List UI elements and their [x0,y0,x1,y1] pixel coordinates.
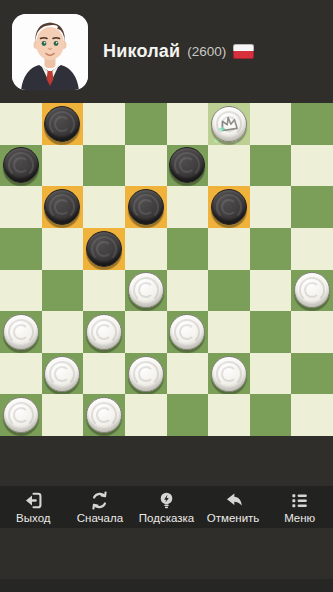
square-h2[interactable] [291,353,333,395]
bottom-toolbar: Выход Сначала Подсказка Отмен [0,486,333,528]
square-a3[interactable] [0,311,42,353]
square-g6[interactable] [250,186,292,228]
square-b5[interactable] [42,228,84,270]
square-a2[interactable] [0,353,42,395]
square-b6[interactable] [42,186,84,228]
square-e5[interactable] [167,228,209,270]
white-man[interactable] [128,272,164,308]
square-a4[interactable] [0,270,42,312]
white-man[interactable] [44,356,80,392]
black-man[interactable] [86,231,122,267]
square-h6[interactable] [291,186,333,228]
opponent-name: Николай [103,41,180,62]
square-f7[interactable] [208,145,250,187]
square-d3[interactable] [125,311,167,353]
restart-label: Сначала [77,512,123,524]
poland-flag-icon [233,44,254,59]
app-screen: Николай (2600) Выход Сначала [0,0,333,592]
square-a7[interactable] [0,145,42,187]
square-c1[interactable] [83,394,125,436]
square-f6[interactable] [208,186,250,228]
undo-arrow-icon [223,490,244,511]
white-man[interactable] [294,272,330,308]
square-g7[interactable] [250,145,292,187]
white-man[interactable] [86,397,122,433]
lightbulb-bolt-icon [156,490,177,511]
avatar-cartoon-man [12,14,88,90]
hint-button[interactable]: Подсказка [133,486,200,528]
bottom-system-strip [0,579,333,592]
square-h8[interactable] [291,103,333,145]
square-e8[interactable] [167,103,209,145]
square-e3[interactable] [167,311,209,353]
square-d5[interactable] [125,228,167,270]
white-man[interactable] [3,397,39,433]
square-c6[interactable] [83,186,125,228]
square-a6[interactable] [0,186,42,228]
square-c5[interactable] [83,228,125,270]
square-h1[interactable] [291,394,333,436]
menu-button[interactable]: Меню [266,486,333,528]
square-d4[interactable] [125,270,167,312]
square-a5[interactable] [0,228,42,270]
square-f3[interactable] [208,311,250,353]
square-e7[interactable] [167,145,209,187]
restart-icon [89,490,110,511]
square-e1[interactable] [167,394,209,436]
white-man[interactable] [86,314,122,350]
exit-button[interactable]: Выход [0,486,67,528]
square-f5[interactable] [208,228,250,270]
square-h4[interactable] [291,270,333,312]
square-d7[interactable] [125,145,167,187]
square-g1[interactable] [250,394,292,436]
opponent-rating: (2600) [187,44,226,59]
black-man[interactable] [44,106,80,142]
avatar[interactable] [12,14,88,90]
square-h7[interactable] [291,145,333,187]
undo-button[interactable]: Отменить [200,486,267,528]
square-g8[interactable] [250,103,292,145]
square-e4[interactable] [167,270,209,312]
black-man[interactable] [3,147,39,183]
white-king[interactable] [211,106,247,142]
square-g5[interactable] [250,228,292,270]
square-d2[interactable] [125,353,167,395]
sparkle-star [218,125,226,132]
black-man[interactable] [128,189,164,225]
logout-icon [23,490,44,511]
white-man[interactable] [211,356,247,392]
square-f1[interactable] [208,394,250,436]
king-crown-icon [212,107,246,141]
white-man[interactable] [3,314,39,350]
square-h3[interactable] [291,311,333,353]
square-g2[interactable] [250,353,292,395]
restart-button[interactable]: Сначала [67,486,134,528]
opponent-header: Николай (2600) [0,0,333,103]
square-a1[interactable] [0,394,42,436]
square-d1[interactable] [125,394,167,436]
square-e6[interactable] [167,186,209,228]
square-b1[interactable] [42,394,84,436]
square-d8[interactable] [125,103,167,145]
menu-list-icon [289,490,310,511]
white-man[interactable] [169,314,205,350]
square-c2[interactable] [83,353,125,395]
square-c8[interactable] [83,103,125,145]
black-man[interactable] [44,189,80,225]
square-a8[interactable] [0,103,42,145]
square-g3[interactable] [250,311,292,353]
white-man[interactable] [128,356,164,392]
square-f2[interactable] [208,353,250,395]
black-man[interactable] [169,147,205,183]
square-b8[interactable] [42,103,84,145]
square-b4[interactable] [42,270,84,312]
square-b7[interactable] [42,145,84,187]
square-d6[interactable] [125,186,167,228]
square-c3[interactable] [83,311,125,353]
menu-label: Меню [284,512,315,524]
board [0,103,333,436]
square-b3[interactable] [42,311,84,353]
square-c7[interactable] [83,145,125,187]
hint-label: Подсказка [139,512,194,524]
opponent-identity: Николай (2600) [103,41,254,62]
undo-label: Отменить [207,512,260,524]
square-f4[interactable] [208,270,250,312]
square-f8[interactable] [208,103,250,145]
square-b2[interactable] [42,353,84,395]
square-e2[interactable] [167,353,209,395]
square-g4[interactable] [250,270,292,312]
black-man[interactable] [211,189,247,225]
square-h5[interactable] [291,228,333,270]
exit-label: Выход [16,512,50,524]
square-c4[interactable] [83,270,125,312]
